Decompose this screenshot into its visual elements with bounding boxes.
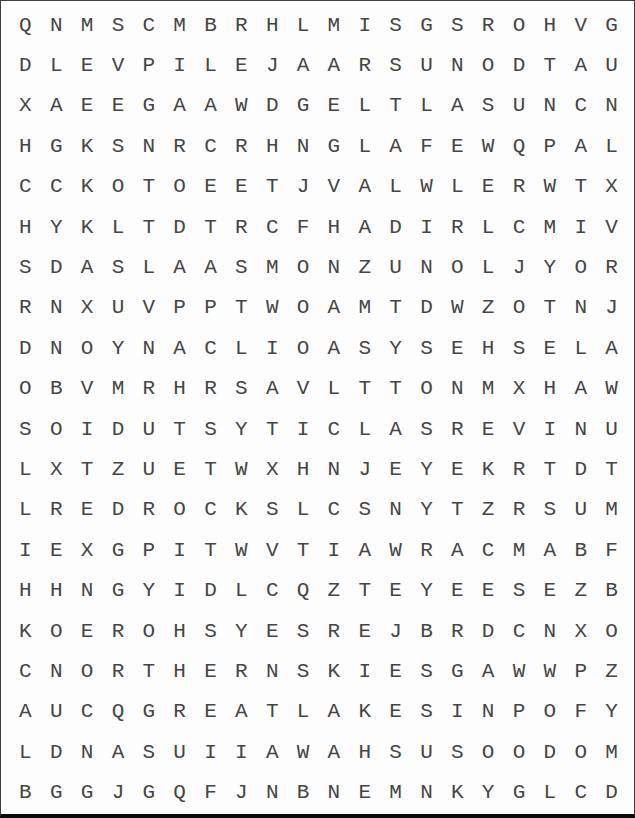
grid-cell[interactable]: A xyxy=(534,530,565,570)
grid-cell[interactable]: M xyxy=(596,732,627,772)
grid-cell[interactable]: L xyxy=(10,732,41,772)
grid-cell[interactable]: V xyxy=(319,167,350,207)
grid-cell[interactable]: U xyxy=(133,449,164,489)
grid-cell[interactable]: U xyxy=(411,45,442,85)
grid-cell[interactable]: C xyxy=(195,126,226,166)
grid-cell[interactable]: M xyxy=(504,530,535,570)
grid-cell[interactable]: S xyxy=(411,328,442,368)
grid-cell[interactable]: L xyxy=(288,490,319,530)
grid-cell[interactable]: E xyxy=(195,692,226,732)
grid-cell[interactable]: P xyxy=(164,288,195,328)
grid-cell[interactable]: E xyxy=(103,86,134,126)
grid-cell[interactable]: S xyxy=(226,247,257,287)
grid-cell[interactable]: C xyxy=(10,651,41,691)
grid-cell[interactable]: A xyxy=(257,732,288,772)
grid-cell[interactable]: R xyxy=(226,126,257,166)
grid-cell[interactable]: M xyxy=(349,288,380,328)
grid-cell[interactable]: A xyxy=(380,126,411,166)
grid-cell[interactable]: D xyxy=(164,207,195,247)
grid-cell[interactable]: U xyxy=(504,86,535,126)
grid-cell[interactable]: U xyxy=(411,732,442,772)
grid-cell[interactable]: M xyxy=(164,5,195,45)
grid-cell[interactable]: I xyxy=(10,530,41,570)
grid-cell[interactable]: K xyxy=(442,773,473,813)
grid-cell[interactable]: V xyxy=(257,530,288,570)
grid-cell[interactable]: D xyxy=(103,490,134,530)
grid-cell[interactable]: X xyxy=(41,449,72,489)
grid-cell[interactable]: N xyxy=(319,247,350,287)
grid-cell[interactable]: I xyxy=(164,571,195,611)
grid-cell[interactable]: I xyxy=(565,207,596,247)
grid-cell[interactable]: R xyxy=(349,45,380,85)
grid-cell[interactable]: R xyxy=(226,651,257,691)
grid-cell[interactable]: A xyxy=(10,692,41,732)
grid-cell[interactable]: A xyxy=(565,126,596,166)
grid-cell[interactable]: I xyxy=(257,328,288,368)
grid-cell[interactable]: X xyxy=(504,369,535,409)
grid-cell[interactable]: N xyxy=(257,651,288,691)
grid-cell[interactable]: H xyxy=(319,207,350,247)
grid-cell[interactable]: W xyxy=(257,288,288,328)
grid-cell[interactable]: I xyxy=(319,530,350,570)
grid-cell[interactable]: P xyxy=(195,288,226,328)
grid-cell[interactable]: H xyxy=(164,611,195,651)
grid-cell[interactable]: H xyxy=(164,651,195,691)
grid-cell[interactable]: A xyxy=(103,732,134,772)
grid-cell[interactable]: N xyxy=(319,449,350,489)
grid-cell[interactable]: K xyxy=(349,692,380,732)
grid-cell[interactable]: R xyxy=(596,247,627,287)
grid-cell[interactable]: T xyxy=(195,449,226,489)
grid-cell[interactable]: A xyxy=(41,86,72,126)
grid-cell[interactable]: N xyxy=(41,328,72,368)
grid-cell[interactable]: O xyxy=(72,328,103,368)
grid-cell[interactable]: B xyxy=(41,369,72,409)
grid-cell[interactable]: Q xyxy=(103,692,134,732)
grid-cell[interactable]: S xyxy=(288,611,319,651)
grid-cell[interactable]: S xyxy=(133,732,164,772)
grid-cell[interactable]: O xyxy=(504,5,535,45)
grid-cell[interactable]: G xyxy=(596,5,627,45)
grid-cell[interactable]: C xyxy=(133,5,164,45)
grid-cell[interactable]: E xyxy=(380,449,411,489)
grid-cell[interactable]: R xyxy=(164,126,195,166)
grid-cell[interactable]: D xyxy=(473,611,504,651)
grid-cell[interactable]: G xyxy=(319,126,350,166)
grid-cell[interactable]: D xyxy=(596,773,627,813)
grid-cell[interactable]: A xyxy=(442,86,473,126)
grid-cell[interactable]: F xyxy=(565,692,596,732)
grid-cell[interactable]: N xyxy=(565,288,596,328)
grid-cell[interactable]: C xyxy=(257,207,288,247)
grid-cell[interactable]: E xyxy=(473,167,504,207)
grid-cell[interactable]: I xyxy=(226,732,257,772)
grid-cell[interactable]: P xyxy=(565,651,596,691)
grid-cell[interactable]: M xyxy=(257,247,288,287)
grid-cell[interactable]: M xyxy=(72,5,103,45)
grid-cell[interactable]: J xyxy=(288,167,319,207)
grid-cell[interactable]: T xyxy=(72,449,103,489)
grid-cell[interactable]: J xyxy=(380,611,411,651)
grid-cell[interactable]: O xyxy=(103,167,134,207)
grid-cell[interactable]: R xyxy=(133,490,164,530)
grid-cell[interactable]: I xyxy=(349,651,380,691)
grid-cell[interactable]: J xyxy=(349,449,380,489)
grid-cell[interactable]: R xyxy=(41,490,72,530)
grid-cell[interactable]: B xyxy=(565,530,596,570)
grid-cell[interactable]: S xyxy=(195,611,226,651)
grid-cell[interactable]: I xyxy=(195,732,226,772)
grid-cell[interactable]: O xyxy=(565,247,596,287)
grid-cell[interactable]: S xyxy=(411,409,442,449)
grid-cell[interactable]: E xyxy=(380,651,411,691)
grid-cell[interactable]: R xyxy=(10,288,41,328)
grid-cell[interactable]: R xyxy=(103,611,134,651)
grid-cell[interactable]: L xyxy=(534,773,565,813)
grid-cell[interactable]: A xyxy=(565,45,596,85)
grid-cell[interactable]: B xyxy=(596,571,627,611)
grid-cell[interactable]: C xyxy=(319,490,350,530)
grid-cell[interactable]: W xyxy=(380,530,411,570)
grid-cell[interactable]: L xyxy=(226,571,257,611)
grid-cell[interactable]: C xyxy=(319,409,350,449)
grid-cell[interactable]: E xyxy=(534,571,565,611)
grid-cell[interactable]: T xyxy=(133,651,164,691)
grid-cell[interactable]: S xyxy=(504,328,535,368)
grid-cell[interactable]: T xyxy=(195,207,226,247)
grid-cell[interactable]: L xyxy=(41,45,72,85)
grid-cell[interactable]: T xyxy=(257,167,288,207)
grid-cell[interactable]: W xyxy=(226,449,257,489)
grid-cell[interactable]: T xyxy=(442,490,473,530)
grid-cell[interactable]: B xyxy=(195,5,226,45)
grid-cell[interactable]: E xyxy=(473,571,504,611)
grid-cell[interactable]: F xyxy=(195,773,226,813)
grid-cell[interactable]: S xyxy=(288,651,319,691)
grid-cell[interactable]: U xyxy=(596,409,627,449)
grid-cell[interactable]: H xyxy=(534,369,565,409)
grid-cell[interactable]: X xyxy=(596,167,627,207)
grid-cell[interactable]: F xyxy=(596,530,627,570)
grid-cell[interactable]: A xyxy=(349,530,380,570)
grid-cell[interactable]: D xyxy=(10,328,41,368)
grid-cell[interactable]: O xyxy=(10,369,41,409)
grid-cell[interactable]: H xyxy=(257,5,288,45)
grid-cell[interactable]: E xyxy=(195,167,226,207)
grid-cell[interactable]: R xyxy=(504,167,535,207)
grid-cell[interactable]: G xyxy=(133,773,164,813)
grid-cell[interactable]: Y xyxy=(226,611,257,651)
grid-cell[interactable]: U xyxy=(380,247,411,287)
grid-cell[interactable]: P xyxy=(504,692,535,732)
grid-cell[interactable]: E xyxy=(257,611,288,651)
grid-cell[interactable]: S xyxy=(380,45,411,85)
grid-cell[interactable]: G xyxy=(103,571,134,611)
grid-cell[interactable]: W xyxy=(442,288,473,328)
grid-cell[interactable]: V xyxy=(504,409,535,449)
grid-cell[interactable]: Y xyxy=(411,449,442,489)
grid-cell[interactable]: S xyxy=(534,490,565,530)
grid-cell[interactable]: V xyxy=(596,207,627,247)
grid-cell[interactable]: I xyxy=(349,5,380,45)
grid-cell[interactable]: C xyxy=(504,611,535,651)
grid-cell[interactable]: O xyxy=(504,288,535,328)
grid-cell[interactable]: W xyxy=(473,126,504,166)
grid-cell[interactable]: H xyxy=(10,571,41,611)
grid-cell[interactable]: U xyxy=(565,490,596,530)
grid-cell[interactable]: C xyxy=(565,86,596,126)
grid-cell[interactable]: O xyxy=(41,409,72,449)
grid-cell[interactable]: L xyxy=(349,409,380,449)
grid-cell[interactable]: N xyxy=(72,571,103,611)
grid-cell[interactable]: E xyxy=(442,571,473,611)
grid-cell[interactable]: N xyxy=(411,247,442,287)
grid-cell[interactable]: E xyxy=(164,449,195,489)
grid-cell[interactable]: R xyxy=(103,651,134,691)
grid-cell[interactable]: E xyxy=(41,530,72,570)
grid-cell[interactable]: D xyxy=(195,571,226,611)
grid-cell[interactable]: N xyxy=(319,773,350,813)
grid-cell[interactable]: D xyxy=(565,449,596,489)
grid-cell[interactable]: L xyxy=(411,86,442,126)
grid-cell[interactable]: M xyxy=(319,5,350,45)
grid-cell[interactable]: L xyxy=(288,5,319,45)
grid-cell[interactable]: O xyxy=(473,45,504,85)
grid-cell[interactable]: L xyxy=(319,369,350,409)
grid-cell[interactable]: H xyxy=(10,207,41,247)
grid-cell[interactable]: T xyxy=(257,409,288,449)
grid-cell[interactable]: Y xyxy=(596,692,627,732)
grid-cell[interactable]: C xyxy=(41,167,72,207)
grid-cell[interactable]: J xyxy=(596,288,627,328)
grid-cell[interactable]: Z xyxy=(473,288,504,328)
grid-cell[interactable]: L xyxy=(380,167,411,207)
grid-cell[interactable]: X xyxy=(10,86,41,126)
grid-cell[interactable]: T xyxy=(534,45,565,85)
grid-cell[interactable]: G xyxy=(504,773,535,813)
grid-cell[interactable]: Q xyxy=(288,571,319,611)
grid-cell[interactable]: D xyxy=(257,86,288,126)
grid-cell[interactable]: H xyxy=(534,5,565,45)
grid-cell[interactable]: M xyxy=(534,207,565,247)
grid-cell[interactable]: A xyxy=(72,247,103,287)
grid-cell[interactable]: L xyxy=(349,86,380,126)
grid-cell[interactable]: K xyxy=(226,490,257,530)
grid-cell[interactable]: X xyxy=(565,611,596,651)
grid-cell[interactable]: L xyxy=(133,247,164,287)
grid-cell[interactable]: E xyxy=(349,773,380,813)
grid-cell[interactable]: T xyxy=(257,692,288,732)
grid-cell[interactable]: C xyxy=(72,692,103,732)
grid-cell[interactable]: N xyxy=(133,126,164,166)
grid-cell[interactable]: Z xyxy=(349,247,380,287)
grid-cell[interactable]: S xyxy=(349,490,380,530)
grid-cell[interactable]: S xyxy=(10,409,41,449)
grid-cell[interactable]: I xyxy=(72,409,103,449)
grid-cell[interactable]: O xyxy=(534,692,565,732)
grid-cell[interactable]: S xyxy=(103,126,134,166)
grid-cell[interactable]: T xyxy=(226,288,257,328)
grid-cell[interactable]: R xyxy=(473,5,504,45)
grid-cell[interactable]: O xyxy=(41,611,72,651)
grid-cell[interactable]: Y xyxy=(380,328,411,368)
grid-cell[interactable]: A xyxy=(257,369,288,409)
grid-cell[interactable]: G xyxy=(442,651,473,691)
grid-cell[interactable]: U xyxy=(596,45,627,85)
grid-cell[interactable]: S xyxy=(473,86,504,126)
grid-cell[interactable]: R xyxy=(164,692,195,732)
grid-cell[interactable]: D xyxy=(10,45,41,85)
grid-cell[interactable]: X xyxy=(257,449,288,489)
grid-cell[interactable]: W xyxy=(288,732,319,772)
grid-cell[interactable]: K xyxy=(72,126,103,166)
grid-cell[interactable]: E xyxy=(534,328,565,368)
grid-cell[interactable]: L xyxy=(10,490,41,530)
grid-cell[interactable]: A xyxy=(319,732,350,772)
grid-cell[interactable]: W xyxy=(596,369,627,409)
grid-cell[interactable]: O xyxy=(288,247,319,287)
grid-cell[interactable]: N xyxy=(380,490,411,530)
grid-cell[interactable]: R xyxy=(442,207,473,247)
grid-cell[interactable]: I xyxy=(288,409,319,449)
grid-cell[interactable]: V xyxy=(103,45,134,85)
grid-cell[interactable]: R xyxy=(319,611,350,651)
grid-cell[interactable]: E xyxy=(442,328,473,368)
grid-cell[interactable]: R xyxy=(504,449,535,489)
grid-cell[interactable]: C xyxy=(504,207,535,247)
grid-cell[interactable]: S xyxy=(103,5,134,45)
grid-cell[interactable]: R xyxy=(226,5,257,45)
grid-cell[interactable]: R xyxy=(504,490,535,530)
grid-cell[interactable]: E xyxy=(72,86,103,126)
grid-cell[interactable]: M xyxy=(596,490,627,530)
grid-cell[interactable]: T xyxy=(349,369,380,409)
grid-cell[interactable]: A xyxy=(164,86,195,126)
grid-cell[interactable]: E xyxy=(72,45,103,85)
grid-cell[interactable]: J xyxy=(257,45,288,85)
grid-cell[interactable]: D xyxy=(534,732,565,772)
grid-cell[interactable]: T xyxy=(534,288,565,328)
grid-cell[interactable]: H xyxy=(288,449,319,489)
grid-cell[interactable]: A xyxy=(596,328,627,368)
grid-cell[interactable]: V xyxy=(565,5,596,45)
grid-cell[interactable]: Z xyxy=(319,571,350,611)
grid-cell[interactable]: H xyxy=(257,126,288,166)
grid-cell[interactable]: C xyxy=(195,490,226,530)
grid-cell[interactable]: Z xyxy=(473,490,504,530)
grid-cell[interactable]: P xyxy=(133,45,164,85)
grid-cell[interactable]: A xyxy=(565,369,596,409)
grid-cell[interactable]: F xyxy=(411,126,442,166)
grid-cell[interactable]: S xyxy=(504,571,535,611)
grid-cell[interactable]: O xyxy=(411,369,442,409)
grid-cell[interactable]: T xyxy=(133,207,164,247)
grid-cell[interactable]: B xyxy=(411,611,442,651)
grid-cell[interactable]: Y xyxy=(133,571,164,611)
grid-cell[interactable]: V xyxy=(133,288,164,328)
grid-cell[interactable]: T xyxy=(195,530,226,570)
grid-cell[interactable]: E xyxy=(195,651,226,691)
grid-cell[interactable]: N xyxy=(534,611,565,651)
grid-cell[interactable]: B xyxy=(288,773,319,813)
grid-cell[interactable]: O xyxy=(288,328,319,368)
grid-cell[interactable]: N xyxy=(133,328,164,368)
grid-cell[interactable]: M xyxy=(103,369,134,409)
grid-cell[interactable]: C xyxy=(257,571,288,611)
grid-cell[interactable]: O xyxy=(133,611,164,651)
grid-cell[interactable]: Y xyxy=(103,328,134,368)
grid-cell[interactable]: T xyxy=(380,288,411,328)
grid-cell[interactable]: T xyxy=(164,409,195,449)
grid-cell[interactable]: Z xyxy=(596,651,627,691)
grid-cell[interactable]: T xyxy=(596,449,627,489)
grid-cell[interactable]: W xyxy=(534,651,565,691)
grid-cell[interactable]: E xyxy=(72,490,103,530)
grid-cell[interactable]: A xyxy=(349,167,380,207)
grid-cell[interactable]: H xyxy=(10,126,41,166)
grid-cell[interactable]: Y xyxy=(473,773,504,813)
grid-cell[interactable]: C xyxy=(565,773,596,813)
grid-cell[interactable]: S xyxy=(380,732,411,772)
grid-cell[interactable]: Y xyxy=(41,207,72,247)
grid-cell[interactable]: G xyxy=(41,773,72,813)
grid-cell[interactable]: K xyxy=(473,449,504,489)
grid-cell[interactable]: X xyxy=(72,530,103,570)
grid-cell[interactable]: E xyxy=(442,126,473,166)
grid-cell[interactable]: H xyxy=(473,328,504,368)
grid-cell[interactable]: O xyxy=(442,247,473,287)
grid-cell[interactable]: N xyxy=(442,369,473,409)
grid-cell[interactable]: U xyxy=(41,692,72,732)
grid-cell[interactable]: R xyxy=(442,409,473,449)
grid-cell[interactable]: K xyxy=(319,651,350,691)
grid-cell[interactable]: N xyxy=(534,86,565,126)
grid-cell[interactable]: L xyxy=(442,167,473,207)
grid-cell[interactable]: Y xyxy=(411,490,442,530)
grid-cell[interactable]: G xyxy=(41,126,72,166)
grid-cell[interactable]: R xyxy=(411,530,442,570)
grid-cell[interactable]: K xyxy=(72,207,103,247)
grid-cell[interactable]: O xyxy=(596,611,627,651)
grid-cell[interactable]: G xyxy=(72,773,103,813)
grid-cell[interactable]: A xyxy=(442,530,473,570)
grid-cell[interactable]: Y xyxy=(226,409,257,449)
grid-cell[interactable]: T xyxy=(288,530,319,570)
grid-cell[interactable]: Q xyxy=(164,773,195,813)
grid-cell[interactable]: Q xyxy=(504,126,535,166)
grid-cell[interactable]: L xyxy=(565,328,596,368)
grid-cell[interactable]: T xyxy=(349,571,380,611)
grid-cell[interactable]: E xyxy=(442,449,473,489)
grid-cell[interactable]: O xyxy=(164,490,195,530)
grid-cell[interactable]: A xyxy=(226,692,257,732)
grid-cell[interactable]: N xyxy=(72,732,103,772)
grid-cell[interactable]: L xyxy=(103,207,134,247)
grid-cell[interactable]: S xyxy=(226,369,257,409)
grid-cell[interactable]: A xyxy=(319,45,350,85)
grid-cell[interactable]: H xyxy=(349,732,380,772)
grid-cell[interactable]: N xyxy=(596,86,627,126)
grid-cell[interactable]: W xyxy=(534,167,565,207)
grid-cell[interactable]: J xyxy=(226,773,257,813)
grid-cell[interactable]: R xyxy=(195,369,226,409)
grid-cell[interactable]: S xyxy=(411,692,442,732)
grid-cell[interactable]: N xyxy=(41,5,72,45)
grid-cell[interactable]: A xyxy=(380,409,411,449)
grid-cell[interactable]: I xyxy=(442,692,473,732)
grid-cell[interactable]: C xyxy=(195,328,226,368)
grid-cell[interactable]: N xyxy=(473,692,504,732)
